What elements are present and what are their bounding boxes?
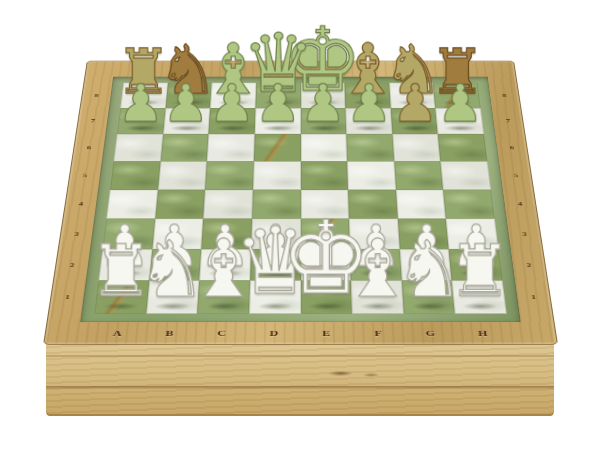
board-frame: ♜♞♝♛♚♝♞♜♟♟♟♟♟♟♟♟♟♟♟♟♟♟♟♟♜♞♝♛♚♝♞♜ ABCDEFG… <box>43 61 558 345</box>
square-h7[interactable]: ♟ <box>436 108 484 134</box>
file-label-E: E <box>301 329 353 338</box>
rank-label-left-4: 4 <box>65 201 96 207</box>
rank-label-left-3: 3 <box>61 231 93 237</box>
rank-label-left-8: 8 <box>82 93 111 98</box>
rank-label-right-1: 1 <box>517 294 550 301</box>
square-d5[interactable] <box>253 161 301 189</box>
green-pawn-g7[interactable]: ♟ <box>391 79 437 128</box>
green-pawn-b7[interactable]: ♟ <box>163 79 209 128</box>
square-f7[interactable]: ♟ <box>346 108 393 134</box>
rank-label-left-6: 6 <box>74 145 104 151</box>
square-d7[interactable]: ♟ <box>255 108 301 134</box>
green-pawn-e7[interactable]: ♟ <box>300 79 346 128</box>
rank-label-left-1: 1 <box>51 294 84 301</box>
green-pawn-d7[interactable]: ♟ <box>254 79 300 128</box>
rank-label-right-7: 7 <box>493 118 522 123</box>
file-label-G: G <box>405 329 458 338</box>
file-label-H: H <box>457 329 510 338</box>
square-b5[interactable] <box>158 161 207 189</box>
rank-label-left-7: 7 <box>78 118 107 123</box>
square-e5[interactable] <box>300 161 348 189</box>
square-g5[interactable] <box>394 161 443 189</box>
white-knight-b1[interactable]: ♞ <box>138 232 208 306</box>
green-pawn-c7[interactable]: ♟ <box>209 79 255 128</box>
white-knight-g1[interactable]: ♞ <box>394 232 464 306</box>
file-label-D: D <box>248 329 300 338</box>
square-e7[interactable]: ♟ <box>300 108 346 134</box>
square-c5[interactable] <box>205 161 254 189</box>
frame-dot <box>408 68 412 70</box>
square-f5[interactable] <box>347 161 396 189</box>
square-g1[interactable]: ♞ <box>402 281 456 314</box>
square-h5[interactable] <box>441 161 491 189</box>
board-scene: ♜♞♝♛♚♝♞♜♟♟♟♟♟♟♟♟♟♟♟♟♟♟♟♟♜♞♝♛♚♝♞♜ ABCDEFG… <box>0 0 600 450</box>
file-label-F: F <box>353 329 406 338</box>
file-label-B: B <box>144 329 197 338</box>
square-b7[interactable]: ♟ <box>163 108 211 134</box>
file-label-C: C <box>196 329 249 338</box>
square-b1[interactable]: ♞ <box>146 281 200 314</box>
file-labels-bottom: ABCDEFGH <box>91 322 511 344</box>
rank-label-right-6: 6 <box>497 145 527 151</box>
green-pawn-a7[interactable]: ♟ <box>117 79 163 128</box>
frame-dot <box>145 68 149 70</box>
rank-label-left-5: 5 <box>70 172 101 178</box>
square-g7[interactable]: ♟ <box>391 108 439 134</box>
square-a5[interactable] <box>110 161 160 189</box>
frame-dot <box>277 68 281 70</box>
square-a7[interactable]: ♟ <box>117 108 165 134</box>
file-label-A: A <box>91 329 144 338</box>
frame-dot <box>364 68 368 70</box>
chess-set-photo: ♜♞♝♛♚♝♞♜♟♟♟♟♟♟♟♟♟♟♟♟♟♟♟♟♜♞♝♛♚♝♞♜ ABCDEFG… <box>0 0 600 450</box>
rank-label-right-8: 8 <box>490 93 519 98</box>
rank-label-right-4: 4 <box>505 201 536 207</box>
rank-label-left-2: 2 <box>56 261 88 268</box>
rank-label-right-2: 2 <box>513 261 545 268</box>
green-pawn-h7[interactable]: ♟ <box>437 79 483 128</box>
board-grid: ♜♞♝♛♚♝♞♜♟♟♟♟♟♟♟♟♟♟♟♟♟♟♟♟♜♞♝♛♚♝♞♜ <box>94 83 506 314</box>
square-c7[interactable]: ♟ <box>209 108 256 134</box>
green-pawn-f7[interactable]: ♟ <box>346 79 392 128</box>
rank-label-right-5: 5 <box>501 172 532 178</box>
rank-label-right-3: 3 <box>509 231 541 237</box>
